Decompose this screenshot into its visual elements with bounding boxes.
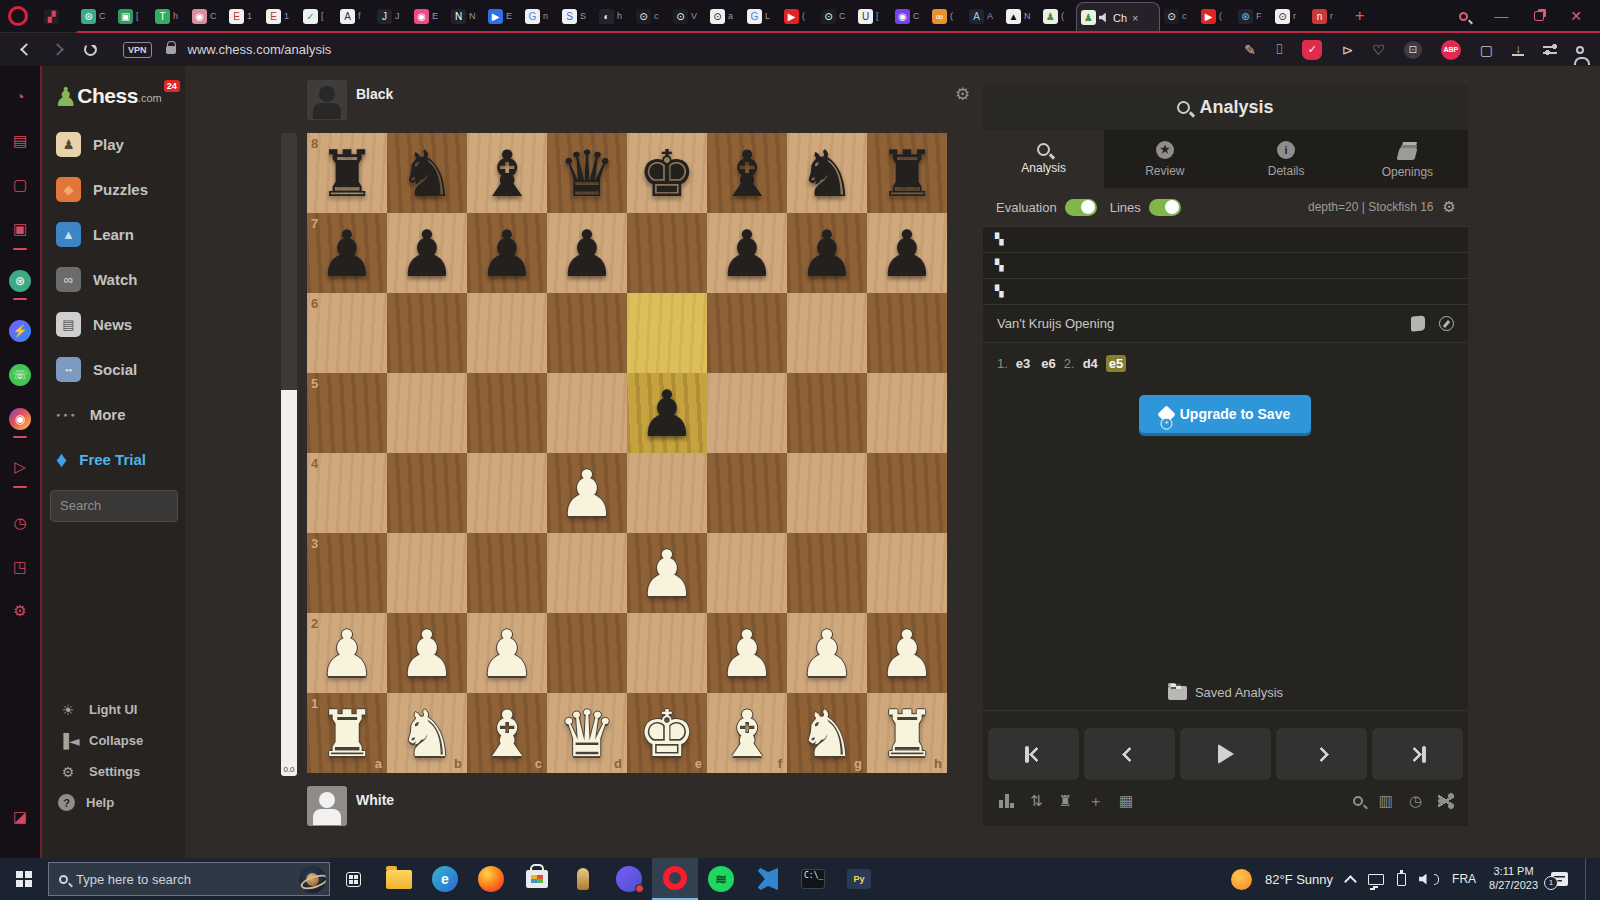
- square-f7[interactable]: ♟: [707, 213, 787, 293]
- tab-favicon-icon: n: [1312, 9, 1327, 24]
- taskbar-app-store[interactable]: [514, 858, 560, 900]
- tab-title: L: [765, 11, 770, 21]
- restore-button[interactable]: [1534, 11, 1544, 21]
- tab-favicon-icon: ▞: [44, 9, 59, 24]
- browser-tab[interactable]: Th: [151, 0, 188, 32]
- engine-thinking-icon: ▚: [995, 285, 1003, 298]
- twitch-icon[interactable]: ▢: [0, 176, 40, 194]
- taskbar-app-opera[interactable]: [652, 858, 698, 900]
- white-pawn[interactable]: ♟: [467, 613, 547, 693]
- white-pawn[interactable]: ♟: [707, 613, 787, 693]
- tab-close-icon[interactable]: ×: [1132, 12, 1138, 24]
- square-f8[interactable]: ♝: [707, 133, 787, 213]
- tab-favicon-icon: U: [858, 9, 873, 24]
- history-icon[interactable]: ◷: [0, 514, 40, 532]
- close-button[interactable]: ✕: [1570, 8, 1582, 24]
- sidebar-item-news[interactable]: ▤News: [42, 302, 185, 347]
- square-g6[interactable]: [787, 293, 867, 373]
- browser-tab[interactable]: E1: [225, 0, 262, 32]
- sidebar-footer-label: Collapse: [89, 733, 143, 748]
- tab-title: (: [1061, 11, 1064, 21]
- browser-tab[interactable]: ∞(: [928, 0, 965, 32]
- notification-center-icon[interactable]: [1551, 872, 1568, 886]
- move-last-button[interactable]: [1372, 728, 1463, 780]
- speed-dial-icon[interactable]: ◔: [0, 88, 40, 105]
- black-queen[interactable]: ♛: [547, 133, 627, 213]
- square-b1[interactable]: b♞: [387, 693, 467, 773]
- opening-row: Van't Kruijs Opening: [983, 304, 1468, 343]
- browser-tab[interactable]: Af: [336, 0, 373, 32]
- network-monitor-icon[interactable]: [1368, 874, 1384, 885]
- share-page-icon[interactable]: ✎: [1244, 42, 1256, 58]
- taskbar-clock[interactable]: 3:11 PM8/27/2023: [1489, 865, 1538, 893]
- evaluation-toggle-label: Evaluation: [996, 200, 1057, 215]
- threats-icon[interactable]: ♜: [1059, 792, 1072, 810]
- tab-favicon-icon: N: [451, 9, 466, 24]
- move-back-button[interactable]: [1084, 728, 1175, 780]
- opera-icon: [663, 866, 687, 890]
- square-h1[interactable]: h♜: [867, 693, 947, 773]
- forward-button[interactable]: [51, 43, 64, 56]
- square-a7[interactable]: 7♟: [307, 213, 387, 293]
- engine-settings-gear-icon[interactable]: ⚙: [1443, 198, 1456, 216]
- tab-favicon-icon: G: [747, 9, 762, 24]
- browser-tab[interactable]: E1: [262, 0, 299, 32]
- tab-title: a: [728, 11, 733, 21]
- tab-title: 1: [284, 11, 289, 21]
- square-f3[interactable]: [707, 533, 787, 613]
- snapshot-camera-icon[interactable]: ⌷: [1275, 41, 1283, 58]
- sidebar-item-free-trial[interactable]: ♦Free Trial: [42, 437, 185, 482]
- square-c1[interactable]: c♝: [467, 693, 547, 773]
- snapshot-icon[interactable]: ◪: [0, 808, 40, 826]
- white-bishop[interactable]: ♝: [707, 693, 787, 773]
- square-d6[interactable]: [547, 293, 627, 373]
- collapse-icon: ▐◄: [58, 733, 78, 749]
- square-c8[interactable]: ♝: [467, 133, 547, 213]
- aria-icon[interactable]: ▣: [0, 220, 40, 238]
- black-pawn[interactable]: ♟: [627, 373, 707, 453]
- square-c3[interactable]: [467, 533, 547, 613]
- tab-title: C: [913, 11, 920, 21]
- square-c7[interactable]: ♟: [467, 213, 547, 293]
- square-g3[interactable]: [787, 533, 867, 613]
- tab-title: F: [1256, 11, 1262, 21]
- black-knight[interactable]: ♞: [387, 133, 467, 213]
- square-f4[interactable]: [707, 453, 787, 533]
- black-pawn[interactable]: ♟: [867, 213, 947, 293]
- black-bishop[interactable]: ♝: [467, 133, 547, 213]
- white-knight[interactable]: ♞: [787, 693, 867, 773]
- square-d4[interactable]: ♟: [547, 453, 627, 533]
- black-bishop[interactable]: ♝: [707, 133, 787, 213]
- square-b6[interactable]: [387, 293, 467, 373]
- black-pawn[interactable]: ♟: [787, 213, 867, 293]
- square-d3[interactable]: [547, 533, 627, 613]
- move-e3[interactable]: e3: [1013, 355, 1033, 372]
- taskbar-app-file-explorer[interactable]: [376, 858, 422, 900]
- white-rook[interactable]: ♜: [307, 693, 387, 773]
- opening-library-icon[interactable]: ▥: [1379, 792, 1393, 810]
- square-g4[interactable]: [787, 453, 867, 533]
- square-h3[interactable]: [867, 533, 947, 613]
- square-a1[interactable]: 1a♜: [307, 693, 387, 773]
- black-pawn[interactable]: ♟: [307, 213, 387, 293]
- white-pawn[interactable]: ♟: [387, 613, 467, 693]
- browser-tab[interactable]: ◉E: [410, 0, 447, 32]
- square-c2[interactable]: ♟: [467, 613, 547, 693]
- tab-title: 1: [247, 11, 252, 21]
- square-a6[interactable]: 6: [307, 293, 387, 373]
- browser-tab[interactable]: nr: [1308, 0, 1345, 32]
- square-h6[interactable]: [867, 293, 947, 373]
- explorer-compass-icon[interactable]: [1439, 316, 1454, 331]
- taskbar-app-spotify[interactable]: ≋: [698, 858, 744, 900]
- square-h2[interactable]: ♟: [867, 613, 947, 693]
- tab-title: S: [580, 11, 586, 21]
- square-e7[interactable]: [627, 213, 707, 293]
- logo-badge: 24: [164, 80, 180, 92]
- move-e6[interactable]: e6: [1038, 355, 1058, 372]
- square-a5[interactable]: 5: [307, 373, 387, 453]
- square-d8[interactable]: ♛: [547, 133, 627, 213]
- sidebar-item-label: Puzzles: [93, 181, 148, 198]
- browser-tab[interactable]: ▲N: [1002, 0, 1039, 32]
- panel-tab-label: Analysis: [1021, 161, 1066, 175]
- white-bishop[interactable]: ♝: [467, 693, 547, 773]
- engine-status: depth=20 | Stockfish 16: [1308, 200, 1434, 214]
- browser-tab[interactable]: SS: [558, 0, 595, 32]
- square-g8[interactable]: ♞: [787, 133, 867, 213]
- browser-tab[interactable]: ⊛C: [77, 0, 114, 32]
- minimize-button[interactable]: —: [1494, 8, 1508, 24]
- flip-board-icon[interactable]: ⇅: [1030, 792, 1043, 810]
- black-rook[interactable]: ♜: [867, 133, 947, 213]
- taskbar-app-cmd[interactable]: C:\_: [790, 858, 836, 900]
- black-knight[interactable]: ♞: [787, 133, 867, 213]
- share-icon[interactable]: [1438, 793, 1454, 809]
- opening-book-icon[interactable]: [1411, 315, 1425, 331]
- black-king[interactable]: ♚: [627, 133, 707, 213]
- browser-tab[interactable]: GL: [743, 0, 780, 32]
- sidebar-search-input[interactable]: Search: [50, 490, 178, 522]
- player-icon[interactable]: ▷: [0, 458, 40, 476]
- square-f5[interactable]: [707, 373, 787, 453]
- sidebar-footer-settings[interactable]: ⚙Settings: [42, 756, 185, 787]
- extension-icon[interactable]: ⊡: [1404, 41, 1422, 59]
- review-star-icon: ★: [1156, 141, 1174, 159]
- upgrade-to-save-button[interactable]: Upgrade to Save: [1139, 395, 1311, 433]
- sidebar-item-label: More: [90, 406, 126, 423]
- panel-header: Analysis: [983, 85, 1468, 130]
- square-b8[interactable]: ♞: [387, 133, 467, 213]
- white-rook[interactable]: ♜: [867, 693, 947, 773]
- task-view-button[interactable]: [330, 858, 376, 900]
- instagram-icon[interactable]: ◉: [0, 408, 40, 430]
- square-e3[interactable]: ♟: [627, 533, 707, 613]
- rail-divider: [13, 486, 27, 488]
- language-indicator[interactable]: FRA: [1452, 872, 1476, 886]
- browser-tab[interactable]: ◐h: [595, 0, 632, 32]
- sidebar-item-puzzles[interactable]: ◆Puzzles: [42, 167, 185, 212]
- browser-tab[interactable]: ⊙r: [1271, 0, 1308, 32]
- messenger-icon[interactable]: ⚡: [0, 320, 40, 342]
- new-tab-button[interactable]: +: [1355, 7, 1364, 25]
- taskbar-app-python[interactable]: Py: [836, 858, 882, 900]
- tab-title: (: [802, 11, 805, 21]
- browser-tab[interactable]: ▣[: [114, 0, 151, 32]
- back-button[interactable]: [20, 43, 33, 56]
- weather-text[interactable]: 82°F Sunny: [1265, 872, 1333, 887]
- browser-tab[interactable]: ▶E: [484, 0, 521, 32]
- opera-sidebar-rail: ◔▤▢▣⊛⚡☏◉▷◷◳⚙◪: [0, 66, 40, 858]
- python-icon: Py: [847, 869, 871, 889]
- square-e4[interactable]: [627, 453, 707, 533]
- square-c4[interactable]: [467, 453, 547, 533]
- square-a4[interactable]: 4: [307, 453, 387, 533]
- bookmark-heart-icon[interactable]: ♡: [1372, 42, 1385, 58]
- tab-title: h: [173, 11, 178, 21]
- browser-tab[interactable]: ⊙V: [669, 0, 706, 32]
- browser-tab[interactable]: ▞: [40, 0, 77, 32]
- square-e8[interactable]: ♚: [627, 133, 707, 213]
- panel-tabs: Analysis★ReviewiDetailsOpenings: [983, 130, 1468, 188]
- square-b5[interactable]: [387, 373, 467, 453]
- vscode-icon: [756, 868, 778, 890]
- tab-openings[interactable]: Openings: [1347, 130, 1468, 188]
- black-pawn[interactable]: ♟: [467, 213, 547, 293]
- white-pawn[interactable]: ♟: [627, 533, 707, 613]
- opera-logo-icon[interactable]: [8, 6, 28, 26]
- sidebar-footer-light-ui[interactable]: ☀Light UI: [42, 694, 185, 725]
- sidebar-item-watch[interactable]: ∞Watch: [42, 257, 185, 302]
- move-d4[interactable]: d4: [1080, 355, 1101, 372]
- square-d1[interactable]: d♛: [547, 693, 627, 773]
- tab-review[interactable]: ★Review: [1104, 130, 1225, 188]
- tab-details[interactable]: iDetails: [1226, 130, 1347, 188]
- browser-tab[interactable]: ⊙c: [1160, 0, 1197, 32]
- tab-title: E: [506, 11, 512, 21]
- browser-tab[interactable]: ⊙c: [632, 0, 669, 32]
- tab-title: h: [617, 11, 622, 21]
- browser-toolbar: VPN www.chess.com/analysis ✎ ⌷ ✓ ⊳ ♡ ⊡ A…: [0, 33, 1600, 66]
- taskbar-app-edge[interactable]: e: [422, 858, 468, 900]
- square-h7[interactable]: ♟: [867, 213, 947, 293]
- black-pawn[interactable]: ♟: [387, 213, 467, 293]
- window-controls: — ✕: [1459, 8, 1600, 24]
- browser-tab[interactable]: JJ: [373, 0, 410, 32]
- black-pawn[interactable]: ♟: [707, 213, 787, 293]
- browser-tab[interactable]: ⊙C: [817, 0, 854, 32]
- downloads-icon[interactable]: ↓: [1512, 44, 1524, 56]
- square-f6[interactable]: [707, 293, 787, 373]
- profile-icon[interactable]: [1576, 46, 1584, 54]
- rail-divider: [13, 248, 27, 250]
- browser-tab[interactable]: ⊛F: [1234, 0, 1271, 32]
- browser-tab[interactable]: NN: [447, 0, 484, 32]
- explorer-search-icon[interactable]: [1353, 796, 1363, 806]
- bing-daily-icon[interactable]: [299, 866, 326, 893]
- white-pawn[interactable]: ♟: [307, 613, 387, 693]
- board-settings-gear-icon[interactable]: ⚙: [955, 84, 970, 104]
- adblock-icon[interactable]: ABP: [1441, 40, 1461, 60]
- square-f2[interactable]: ♟: [707, 613, 787, 693]
- browser-tab[interactable]: ▶(: [780, 0, 817, 32]
- vpn-badge[interactable]: VPN: [123, 42, 152, 58]
- square-e2[interactable]: [627, 613, 707, 693]
- white-knight[interactable]: ♞: [387, 693, 467, 773]
- white-king[interactable]: ♚: [627, 693, 707, 773]
- tab-title: A: [987, 11, 993, 21]
- square-h5[interactable]: [867, 373, 947, 453]
- sidebar-footer-label: Light UI: [89, 702, 137, 717]
- panel-tab-label: Details: [1268, 164, 1305, 178]
- move-e5[interactable]: e5: [1106, 355, 1126, 372]
- square-b2[interactable]: ♟: [387, 613, 467, 693]
- white-pawn[interactable]: ♟: [787, 613, 867, 693]
- sidebar-footer-help[interactable]: ?Help: [42, 787, 185, 818]
- chesscom-logo[interactable]: ♟ Chess .com 24: [54, 84, 180, 110]
- square-e6[interactable]: [627, 293, 707, 373]
- show-desktop-button[interactable]: [1585, 858, 1590, 900]
- tab-analysis[interactable]: Analysis: [983, 130, 1104, 188]
- vpn-shield-icon[interactable]: ✓: [1302, 40, 1322, 60]
- square-b7[interactable]: ♟: [387, 213, 467, 293]
- tab-title: (: [950, 11, 953, 21]
- tab-search-icon[interactable]: [1459, 12, 1468, 21]
- extensions-icon[interactable]: ◳: [0, 558, 40, 576]
- square-e5[interactable]: ♟: [627, 373, 707, 453]
- setup-position-icon[interactable]: ▦: [1119, 792, 1133, 810]
- settings-sliders-icon[interactable]: [1543, 44, 1557, 56]
- chatgpt-icon[interactable]: ⊛: [0, 270, 40, 292]
- square-g1[interactable]: g♞: [787, 693, 867, 773]
- sidebar-item-play[interactable]: ♟Play: [42, 122, 185, 167]
- cleaner-icon[interactable]: ▤: [0, 132, 40, 150]
- panel-title: Analysis: [1199, 97, 1273, 118]
- whatsapp-icon[interactable]: ☏: [0, 364, 40, 386]
- tray-expand-chevron[interactable]: [1344, 875, 1357, 888]
- white-pawn[interactable]: ♟: [867, 613, 947, 693]
- genie-icon: [577, 868, 589, 890]
- sidebar-item-label: Learn: [93, 226, 134, 243]
- active-tab[interactable]: ♟Ch×: [1076, 2, 1160, 32]
- chess-board[interactable]: 8♜♞♝♛♚♝♞♜7♟♟♟♟♟♟♟65♟4♟3♟2♟♟♟♟♟♟1a♜b♞c♝d♛…: [307, 133, 947, 773]
- square-a8[interactable]: 8♜: [307, 133, 387, 213]
- square-e1[interactable]: e♚: [627, 693, 707, 773]
- tab-favicon-icon: ♟: [1081, 10, 1096, 25]
- black-pawn[interactable]: ♟: [547, 213, 627, 293]
- browser-tab[interactable]: ⊙a: [706, 0, 743, 32]
- taskbar-app-discord[interactable]: [606, 858, 652, 900]
- square-g7[interactable]: ♟: [787, 213, 867, 293]
- send-to-device-icon[interactable]: ⊳: [1341, 42, 1353, 58]
- lines-toggle[interactable]: [1149, 199, 1181, 216]
- sidebar-item-learn[interactable]: ▲Learn: [42, 212, 185, 257]
- saved-analysis-row[interactable]: Saved Analysis: [983, 675, 1468, 711]
- square-c6[interactable]: [467, 293, 547, 373]
- square-c5[interactable]: [467, 373, 547, 453]
- sidebar-box-icon[interactable]: ▢: [1480, 42, 1493, 58]
- engine-thinking-icon: ▚: [995, 259, 1003, 272]
- move-first-button[interactable]: [988, 728, 1079, 780]
- square-b4[interactable]: [387, 453, 467, 533]
- browser-tab[interactable]: ▶(: [1197, 0, 1234, 32]
- white-queen[interactable]: ♛: [547, 693, 627, 773]
- weather-sun-icon[interactable]: [1231, 869, 1252, 890]
- add-line-icon[interactable]: ＋: [1088, 792, 1103, 811]
- browser-tab[interactable]: U[: [854, 0, 891, 32]
- sidebar-footer-collapse[interactable]: ▐◄Collapse: [42, 725, 185, 756]
- move-number: 2.: [1064, 356, 1075, 371]
- engine-line-row[interactable]: ▚: [983, 278, 1468, 304]
- square-b3[interactable]: [387, 533, 467, 613]
- engine-line-row[interactable]: ▚: [983, 252, 1468, 278]
- tab-title: r: [1330, 11, 1333, 21]
- tab-favicon-icon: E: [229, 9, 244, 24]
- evaluation-toggle[interactable]: [1065, 199, 1097, 216]
- evaluation-chart-icon[interactable]: [999, 794, 1014, 808]
- square-h8[interactable]: ♜: [867, 133, 947, 213]
- taskbar-app-genie[interactable]: [560, 858, 606, 900]
- black-rook[interactable]: ♜: [307, 133, 387, 213]
- tab-title: J: [395, 11, 400, 21]
- browser-tab[interactable]: ◉C: [188, 0, 225, 32]
- move-forward-button[interactable]: [1276, 728, 1367, 780]
- panel-toggle-row: Evaluation Lines depth=20 | Stockfish 16…: [983, 188, 1468, 226]
- sidebar-item-social[interactable]: ●●Social: [42, 347, 185, 392]
- address-bar[interactable]: www.chess.com/analysis: [188, 42, 332, 57]
- tab-title: f: [358, 11, 361, 21]
- square-f1[interactable]: f♝: [707, 693, 787, 773]
- square-h4[interactable]: [867, 453, 947, 533]
- move-list: 1.e3e62.d4e5: [983, 343, 1468, 383]
- reload-button[interactable]: [84, 43, 97, 56]
- taskbar-app-firefox[interactable]: [468, 858, 514, 900]
- browser-tab[interactable]: Gn: [521, 0, 558, 32]
- sidebar-item-more[interactable]: ●●●More: [42, 392, 185, 437]
- square-d7[interactable]: ♟: [547, 213, 627, 293]
- start-button[interactable]: [0, 858, 48, 900]
- tab-favicon-icon: G: [525, 9, 540, 24]
- move-navigation: [988, 726, 1463, 782]
- square-g5[interactable]: [787, 373, 867, 453]
- autoplay-button[interactable]: [1180, 728, 1271, 780]
- browser-tab[interactable]: AA: [965, 0, 1002, 32]
- tab-title: E: [432, 11, 438, 21]
- engine-line-row[interactable]: ▚: [983, 226, 1468, 252]
- white-pawn[interactable]: ♟: [547, 453, 627, 533]
- browser-tab[interactable]: ✓[: [299, 0, 336, 32]
- square-g2[interactable]: ♟: [787, 613, 867, 693]
- taskbar-app-vscode[interactable]: [744, 858, 790, 900]
- browser-tab-bar: ▞⊛C▣[Th◉CE1E1✓[AfJJ◉ENN▶EGnSS◐h⊙c⊙V⊙aGL▶…: [0, 0, 1600, 32]
- square-d5[interactable]: [547, 373, 627, 453]
- browser-tab[interactable]: ♟(: [1039, 0, 1076, 32]
- square-a3[interactable]: 3: [307, 533, 387, 613]
- volume-icon[interactable]: [1419, 874, 1431, 885]
- rail-divider: [13, 298, 27, 300]
- usb-icon[interactable]: [1397, 873, 1406, 886]
- square-a2[interactable]: 2♟: [307, 613, 387, 693]
- practice-timer-icon[interactable]: ◷: [1409, 792, 1422, 810]
- taskbar-search[interactable]: Type here to search: [48, 862, 330, 896]
- square-d2[interactable]: [547, 613, 627, 693]
- browser-tab[interactable]: ◉C: [891, 0, 928, 32]
- taskbar-search-icon: [59, 875, 68, 884]
- white-avatar: [307, 786, 347, 826]
- settings-icon[interactable]: ⚙: [0, 602, 40, 620]
